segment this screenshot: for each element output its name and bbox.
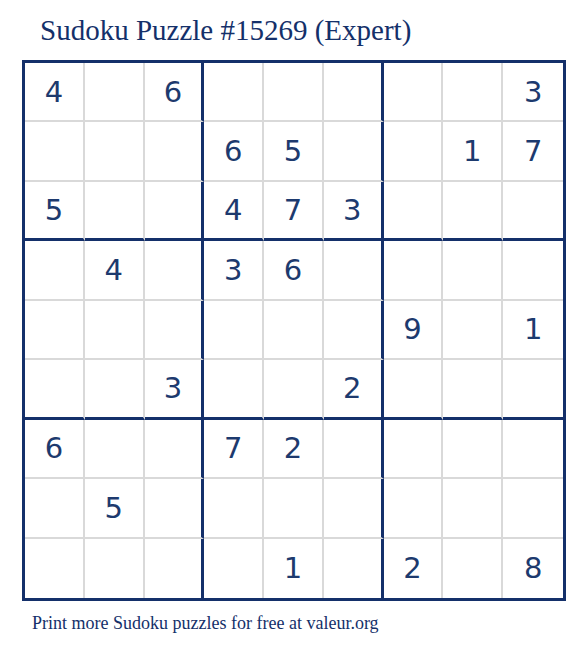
sudoku-cell xyxy=(25,241,85,300)
sudoku-cell xyxy=(384,479,444,538)
sudoku-cell xyxy=(384,241,444,300)
sudoku-cell: 2 xyxy=(264,420,324,479)
sudoku-cell xyxy=(85,182,145,241)
sudoku-cell xyxy=(25,360,85,419)
sudoku-cell: 7 xyxy=(503,122,563,181)
sudoku-cell xyxy=(264,63,324,122)
footer-text: Print more Sudoku puzzles for free at va… xyxy=(32,613,379,634)
sudoku-cell xyxy=(443,479,503,538)
sudoku-cell xyxy=(145,479,205,538)
sudoku-cell xyxy=(443,182,503,241)
sudoku-cell: 9 xyxy=(384,301,444,360)
sudoku-cell xyxy=(25,301,85,360)
sudoku-cell xyxy=(324,122,384,181)
sudoku-cell xyxy=(145,301,205,360)
sudoku-cell xyxy=(85,301,145,360)
sudoku-cell: 2 xyxy=(384,539,444,598)
sudoku-cell: 6 xyxy=(204,122,264,181)
sudoku-cell xyxy=(204,539,264,598)
sudoku-cell xyxy=(145,182,205,241)
sudoku-cell xyxy=(384,360,444,419)
sudoku-cell: 3 xyxy=(204,241,264,300)
sudoku-cell xyxy=(204,360,264,419)
sudoku-cell xyxy=(443,241,503,300)
sudoku-cell xyxy=(25,539,85,598)
sudoku-cell xyxy=(25,479,85,538)
sudoku-cell xyxy=(324,420,384,479)
sudoku-cell xyxy=(145,420,205,479)
sudoku-cell xyxy=(204,479,264,538)
sudoku-cell xyxy=(145,241,205,300)
sudoku-cell xyxy=(264,479,324,538)
sudoku-cell xyxy=(145,122,205,181)
sudoku-cell: 1 xyxy=(443,122,503,181)
sudoku-cell xyxy=(324,539,384,598)
sudoku-cell: 8 xyxy=(503,539,563,598)
sudoku-cell xyxy=(25,122,85,181)
sudoku-cell xyxy=(324,301,384,360)
sudoku-cell: 2 xyxy=(324,360,384,419)
sudoku-cell xyxy=(85,360,145,419)
sudoku-cell xyxy=(204,301,264,360)
sudoku-cell: 5 xyxy=(264,122,324,181)
sudoku-cell xyxy=(85,122,145,181)
sudoku-cell: 7 xyxy=(264,182,324,241)
sudoku-grid: 4636517547343691326725128 xyxy=(22,60,566,601)
sudoku-cell xyxy=(145,539,205,598)
sudoku-cell xyxy=(324,63,384,122)
sudoku-cell xyxy=(503,360,563,419)
sudoku-cell: 6 xyxy=(25,420,85,479)
sudoku-cell xyxy=(503,182,563,241)
sudoku-cell: 3 xyxy=(324,182,384,241)
sudoku-cell xyxy=(503,479,563,538)
sudoku-cell xyxy=(443,360,503,419)
sudoku-cell: 3 xyxy=(145,360,205,419)
sudoku-cell xyxy=(85,539,145,598)
sudoku-cell xyxy=(324,479,384,538)
sudoku-cell xyxy=(503,420,563,479)
sudoku-cell: 3 xyxy=(503,63,563,122)
sudoku-cell xyxy=(384,63,444,122)
sudoku-cell: 5 xyxy=(25,182,85,241)
sudoku-cell xyxy=(324,241,384,300)
sudoku-cell: 6 xyxy=(264,241,324,300)
sudoku-cell xyxy=(85,63,145,122)
sudoku-cell: 4 xyxy=(85,241,145,300)
sudoku-cell xyxy=(384,420,444,479)
sudoku-cell xyxy=(503,241,563,300)
sudoku-cell: 4 xyxy=(204,182,264,241)
sudoku-cell xyxy=(204,63,264,122)
sudoku-cell: 5 xyxy=(85,479,145,538)
sudoku-cell xyxy=(384,182,444,241)
sudoku-cell: 1 xyxy=(264,539,324,598)
sudoku-cell xyxy=(443,539,503,598)
sudoku-cell xyxy=(443,420,503,479)
sudoku-cell: 1 xyxy=(503,301,563,360)
page-title: Sudoku Puzzle #15269 (Expert) xyxy=(40,14,411,47)
sudoku-cell: 7 xyxy=(204,420,264,479)
sudoku-cell: 4 xyxy=(25,63,85,122)
sudoku-cell xyxy=(85,420,145,479)
sudoku-cell: 6 xyxy=(145,63,205,122)
sudoku-cell xyxy=(384,122,444,181)
sudoku-cell xyxy=(443,63,503,122)
sudoku-cell xyxy=(264,360,324,419)
sudoku-cell xyxy=(443,301,503,360)
sudoku-cell xyxy=(264,301,324,360)
